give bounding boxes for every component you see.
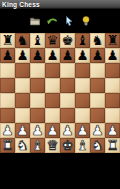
square-f1[interactable]: ♝ (75, 138, 90, 153)
piece-white-queen-d1[interactable]: ♛ (46, 138, 58, 153)
piece-black-pawn-d7[interactable]: ♟ (46, 48, 58, 63)
square-e1[interactable]: ♚ (60, 138, 75, 153)
piece-white-bishop-f1[interactable]: ♝ (76, 138, 88, 153)
piece-black-knight-g8[interactable]: ♞ (91, 33, 103, 48)
piece-white-pawn-d2[interactable]: ♟ (46, 123, 58, 138)
piece-white-knight-b1[interactable]: ♞ (16, 138, 28, 153)
piece-black-rook-h8[interactable]: ♜ (106, 33, 118, 48)
piece-black-pawn-a7[interactable]: ♟ (1, 48, 13, 63)
piece-white-pawn-h2[interactable]: ♟ (106, 123, 118, 138)
square-c1[interactable]: ♝ (30, 138, 45, 153)
square-g6[interactable] (90, 63, 105, 78)
app-title: King Chess (2, 1, 40, 8)
piece-black-bishop-c8[interactable]: ♝ (31, 33, 43, 48)
square-f5[interactable] (75, 78, 90, 93)
piece-white-rook-h1[interactable]: ♜ (106, 138, 118, 153)
square-b5[interactable] (15, 78, 30, 93)
piece-white-pawn-c2[interactable]: ♟ (31, 123, 43, 138)
square-d4[interactable] (45, 93, 60, 108)
piece-white-pawn-f2[interactable]: ♟ (76, 123, 88, 138)
square-f7[interactable]: ♟ (75, 48, 90, 63)
square-e4[interactable] (60, 93, 75, 108)
square-b4[interactable] (15, 93, 30, 108)
piece-black-pawn-g7[interactable]: ♟ (91, 48, 103, 63)
square-d6[interactable] (45, 63, 60, 78)
piece-black-pawn-h7[interactable]: ♟ (106, 48, 118, 63)
piece-black-pawn-f7[interactable]: ♟ (76, 48, 88, 63)
hint-button[interactable] (63, 15, 75, 27)
square-h5[interactable] (105, 78, 120, 93)
square-b7[interactable]: ♟ (15, 48, 30, 63)
piece-white-pawn-e2[interactable]: ♟ (61, 123, 73, 138)
piece-white-pawn-b2[interactable]: ♟ (16, 123, 28, 138)
square-d5[interactable] (45, 78, 60, 93)
square-d1[interactable]: ♛ (45, 138, 60, 153)
square-h6[interactable] (105, 63, 120, 78)
cursor-pointer-icon (63, 15, 75, 27)
square-h1[interactable]: ♜ (105, 138, 120, 153)
square-c4[interactable] (30, 93, 45, 108)
square-a7[interactable]: ♟ (0, 48, 15, 63)
square-g5[interactable] (90, 78, 105, 93)
app-window: King Chess (0, 0, 120, 189)
lightbulb-icon (80, 15, 92, 27)
piece-black-rook-a8[interactable]: ♜ (1, 33, 13, 48)
chess-board: ♜♞♝♛♚♝♞♜♟♟♟♟♟♟♟♟♟♟♟♟♟♟♟♟♜♞♝♛♚♝♞♜ (0, 33, 120, 153)
square-c5[interactable] (30, 78, 45, 93)
square-b1[interactable]: ♞ (15, 138, 30, 153)
square-a6[interactable] (0, 63, 15, 78)
square-b6[interactable] (15, 63, 30, 78)
square-a5[interactable] (0, 78, 15, 93)
piece-black-bishop-f8[interactable]: ♝ (76, 33, 88, 48)
square-e6[interactable] (60, 63, 75, 78)
open-button[interactable] (29, 15, 41, 27)
piece-white-pawn-g2[interactable]: ♟ (91, 123, 103, 138)
piece-black-pawn-c7[interactable]: ♟ (31, 48, 43, 63)
square-g4[interactable] (90, 93, 105, 108)
square-a4[interactable] (0, 93, 15, 108)
square-f6[interactable] (75, 63, 90, 78)
piece-black-knight-b8[interactable]: ♞ (16, 33, 28, 48)
square-g7[interactable]: ♟ (90, 48, 105, 63)
piece-black-pawn-b7[interactable]: ♟ (16, 48, 28, 63)
piece-white-bishop-c1[interactable]: ♝ (31, 138, 43, 153)
light-button[interactable] (80, 15, 92, 27)
piece-white-knight-g1[interactable]: ♞ (91, 138, 103, 153)
piece-white-pawn-a2[interactable]: ♟ (1, 123, 13, 138)
piece-white-rook-a1[interactable]: ♜ (1, 138, 13, 153)
title-bar: King Chess (0, 0, 120, 9)
square-e5[interactable] (60, 78, 75, 93)
piece-black-queen-d8[interactable]: ♛ (46, 33, 58, 48)
piece-black-pawn-e7[interactable]: ♟ (61, 48, 73, 63)
folder-icon (29, 15, 41, 27)
piece-black-king-e8[interactable]: ♚ (61, 33, 73, 48)
square-g1[interactable]: ♞ (90, 138, 105, 153)
piece-white-king-e1[interactable]: ♚ (61, 138, 73, 153)
square-h7[interactable]: ♟ (105, 48, 120, 63)
undo-button[interactable] (46, 15, 58, 27)
square-h4[interactable] (105, 93, 120, 108)
square-a1[interactable]: ♜ (0, 138, 15, 153)
square-f4[interactable] (75, 93, 90, 108)
square-e7[interactable]: ♟ (60, 48, 75, 63)
square-c6[interactable] (30, 63, 45, 78)
undo-arrow-icon (46, 15, 58, 27)
toolbar (0, 9, 120, 33)
square-c7[interactable]: ♟ (30, 48, 45, 63)
bottom-panel (0, 153, 120, 189)
square-d7[interactable]: ♟ (45, 48, 60, 63)
